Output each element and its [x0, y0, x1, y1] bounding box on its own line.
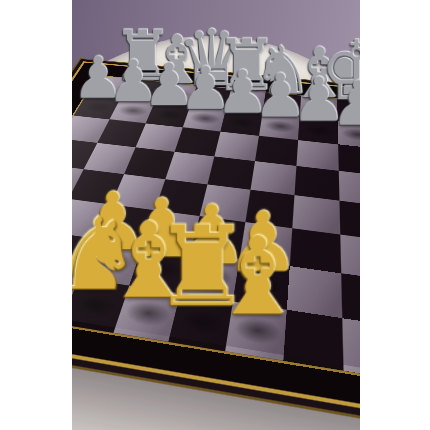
square-e6	[214, 131, 259, 161]
square-g5	[294, 166, 339, 201]
square-h7: ♟	[338, 121, 360, 149]
square-f1: ♝	[225, 302, 287, 361]
square-e5	[207, 156, 255, 189]
chess-set-photo: ♜♝♛♜♞♝♚♟♟♟♟♟♟♟♟♟♟♟♟♟♟♚♞♝♜♝	[72, 0, 360, 430]
piece-silver-pawn-h7: ♟	[330, 73, 360, 134]
piece-gold-bishop-f1: ♝	[209, 223, 305, 330]
board-grid: ♜♝♛♜♞♝♚♟♟♟♟♟♟♟♟♟♟♟♟♟♟♚♞♝♜♝	[72, 75, 360, 384]
square-h1	[342, 318, 360, 381]
square-h6	[338, 144, 360, 175]
square-f6	[255, 136, 298, 166]
